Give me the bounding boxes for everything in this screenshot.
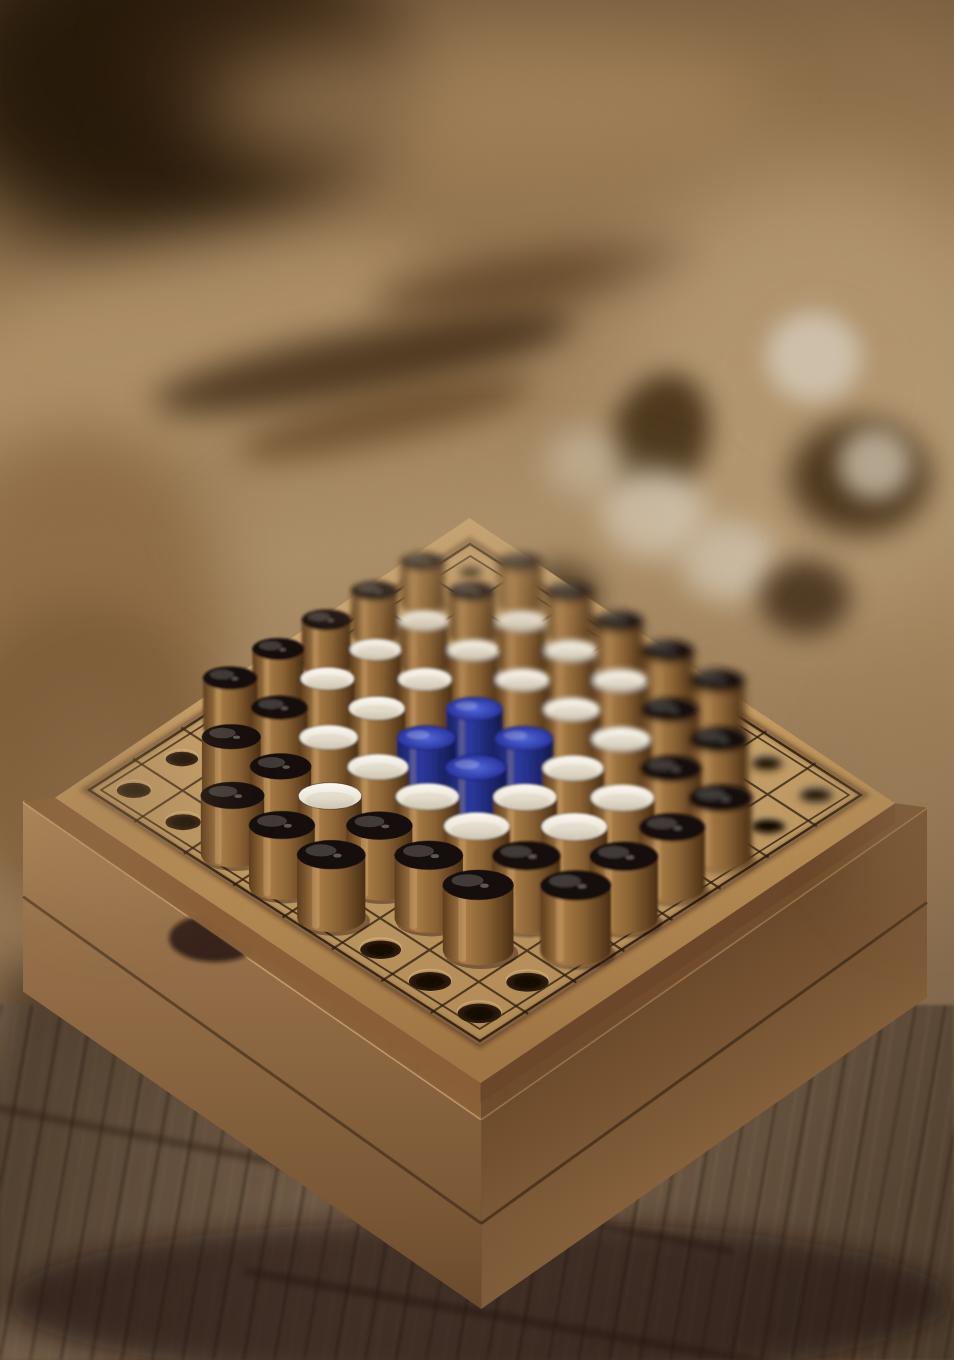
empty-hole[interactable] xyxy=(409,972,451,991)
peg-black[interactable] xyxy=(448,582,499,648)
peg-top-shade xyxy=(599,677,641,691)
peg-black[interactable] xyxy=(443,870,518,969)
peg-gloss-dot xyxy=(521,562,526,565)
peg-gloss-dot xyxy=(620,621,626,624)
peg-top-shade xyxy=(356,646,396,659)
peg-gloss xyxy=(696,789,725,800)
peg-gloss xyxy=(258,699,283,709)
peg-gloss xyxy=(455,760,479,769)
peg-gloss-dot xyxy=(719,680,725,683)
photo-scene xyxy=(0,0,954,1360)
peg-top-shade xyxy=(306,675,348,689)
peg-gloss xyxy=(209,786,238,797)
peg-gloss-dot xyxy=(284,824,292,828)
peg-black[interactable] xyxy=(297,840,370,935)
peg-gloss-dot xyxy=(281,707,288,710)
peg-gloss xyxy=(455,702,478,710)
empty-hole[interactable] xyxy=(750,755,783,770)
peg-gloss-dot xyxy=(721,739,728,742)
peg-gloss xyxy=(600,614,622,623)
peg-top-shade xyxy=(453,647,493,660)
peg-gloss xyxy=(549,875,581,887)
peg-gloss xyxy=(357,584,378,592)
peg-gloss-dot xyxy=(376,590,382,593)
peg-gloss-dot xyxy=(571,591,577,594)
peg-top-shade xyxy=(305,792,354,809)
peg-top-shade xyxy=(549,764,597,780)
peg-gloss xyxy=(258,757,285,768)
empty-hole[interactable] xyxy=(457,1004,501,1024)
peg-gloss-dot xyxy=(670,650,676,653)
peg-top-shade xyxy=(451,822,502,839)
peg-gloss-dot xyxy=(672,768,679,772)
peg-top xyxy=(446,697,502,721)
peg-gloss xyxy=(648,701,673,711)
peg-top-shade xyxy=(354,763,402,779)
peg-gloss-dot xyxy=(381,824,389,828)
peg-top-shade xyxy=(501,676,543,690)
peg-black[interactable] xyxy=(540,871,616,970)
empty-hole[interactable] xyxy=(117,783,151,798)
peg-black[interactable] xyxy=(498,553,547,616)
empty-hole[interactable] xyxy=(360,940,401,958)
peg-top-shade xyxy=(306,733,352,748)
peg-gloss xyxy=(306,844,337,856)
peg-gloss-dot xyxy=(626,855,634,859)
peg-top-shade xyxy=(502,618,540,631)
peg-top xyxy=(494,726,553,751)
peg-gloss-dot xyxy=(232,677,238,680)
peg-gloss xyxy=(209,728,235,738)
empty-hole[interactable] xyxy=(458,566,482,577)
peg-gloss-dot xyxy=(234,794,242,798)
peg-gloss xyxy=(403,845,434,857)
peg-gloss xyxy=(503,556,523,564)
peg-top-shade xyxy=(355,704,399,719)
peg-gloss xyxy=(649,643,672,652)
empty-hole[interactable] xyxy=(799,787,833,802)
peg-gloss xyxy=(452,874,484,886)
peg-top-shade xyxy=(598,793,648,810)
empty-hole[interactable] xyxy=(166,752,199,767)
peg-gloss xyxy=(406,730,429,739)
peg-gloss xyxy=(308,612,330,621)
peg-gloss-dot xyxy=(578,884,586,888)
peg-gloss-dot xyxy=(333,853,341,857)
game-board xyxy=(0,0,954,1360)
peg-gloss-dot xyxy=(473,591,479,594)
peg-gloss xyxy=(259,641,282,650)
peg-gloss-dot xyxy=(528,855,536,859)
peg-gloss xyxy=(504,731,528,740)
peg-black[interactable] xyxy=(351,581,402,647)
peg-gloss xyxy=(355,816,385,828)
peg-gloss xyxy=(697,673,721,683)
peg-gloss-dot xyxy=(328,619,334,622)
empty-hole[interactable] xyxy=(506,973,548,992)
peg-gloss-dot xyxy=(233,736,240,739)
peg-top xyxy=(397,726,456,751)
peg-gloss-dot xyxy=(431,854,439,858)
peg-gloss xyxy=(552,585,573,593)
peg-black[interactable] xyxy=(400,552,448,615)
peg-gloss xyxy=(598,846,629,858)
peg-top-shade xyxy=(550,706,594,721)
peg-gloss xyxy=(501,846,532,858)
empty-hole[interactable] xyxy=(165,814,200,830)
empty-hole[interactable] xyxy=(750,818,786,834)
peg-top-shade xyxy=(550,647,590,660)
peg-gloss-dot xyxy=(480,884,488,888)
peg-top-shade xyxy=(549,822,600,839)
peg-top-shade xyxy=(405,617,443,630)
peg-gloss xyxy=(697,731,723,741)
peg-gloss-dot xyxy=(424,561,429,564)
peg-gloss-dot xyxy=(671,709,678,712)
peg-gloss-dot xyxy=(282,765,289,769)
peg-gloss xyxy=(406,555,426,563)
peg-gloss xyxy=(210,670,234,679)
peg-gloss-dot xyxy=(722,797,730,801)
peg-top-shade xyxy=(500,793,550,810)
peg-black[interactable] xyxy=(546,582,597,648)
peg-gloss-dot xyxy=(280,648,286,651)
peg-top-shade xyxy=(403,792,453,809)
peg-top-shade xyxy=(404,676,446,690)
peg-gloss xyxy=(257,815,287,827)
peg-top xyxy=(445,755,506,781)
peg-gloss xyxy=(647,817,677,829)
peg-gloss-dot xyxy=(674,826,682,830)
peg-gloss xyxy=(648,759,676,770)
peg-gloss xyxy=(454,584,475,592)
peg-top-shade xyxy=(598,735,644,750)
